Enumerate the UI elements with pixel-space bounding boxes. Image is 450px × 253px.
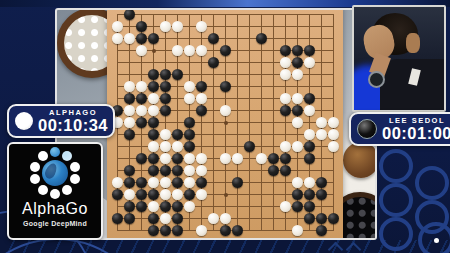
lee-sedol-time: 00:01:00 [382,125,450,142]
white-stone [160,21,171,32]
white-stone [196,189,207,200]
white-stone [160,129,171,140]
wrist-watch [368,71,385,88]
black-stone [112,189,123,200]
white-stone [208,213,219,224]
white-stone [304,177,315,188]
lee-sedol-name: LEE SEDOL [382,117,450,125]
bowl-lid [343,142,377,178]
white-stone [184,45,195,56]
black-stone [136,189,147,200]
black-stone [304,213,315,224]
white-stone [196,153,207,164]
white-stone [112,21,123,32]
alphago-logo-center-sphere [42,160,68,186]
black-stone [136,201,147,212]
black-stone [148,225,159,236]
white-stone [136,81,147,92]
black-stone [184,117,195,128]
logo-ring-circle-blue [50,147,60,157]
alphago-clock-panel: ALPHAGO 00:10:34 [7,104,115,138]
white-stone [172,45,183,56]
black-stone [160,165,171,176]
white-stone [124,117,135,128]
black-stone [148,153,159,164]
white-stone [304,57,315,68]
black-stone [172,201,183,212]
background-ring [379,149,413,183]
black-stone-icon [357,119,377,139]
black-stone [196,105,207,116]
white-stone [316,117,327,128]
black-stone [196,177,207,188]
black-stone [232,225,243,236]
black-stone [172,177,183,188]
white-stone [292,177,303,188]
black-stone [124,177,135,188]
black-stone [172,213,183,224]
black-stone [136,21,147,32]
black-stone [292,189,303,200]
white-stone [112,33,123,44]
white-stone [292,69,303,80]
black-stone [172,69,183,80]
white-stone [124,33,135,44]
white-stone [328,129,339,140]
black-stone [292,57,303,68]
white-stone [184,93,195,104]
black-stone [196,81,207,92]
black-stone [280,105,291,116]
white-stone [172,21,183,32]
black-stone [136,117,147,128]
black-stone [244,141,255,152]
lee-sedol-video [352,5,446,112]
black-stone [160,93,171,104]
black-stone [124,129,135,140]
go-board [107,8,343,240]
white-stone [160,213,171,224]
white-stone [292,141,303,152]
white-stone [124,105,135,116]
black-stone [316,225,327,236]
alphago-time: 00:10:34 [38,117,108,134]
white-stone [316,129,327,140]
white-stone [160,141,171,152]
alphago-logo-icon [9,144,101,202]
white-stone [148,93,159,104]
background-ring [415,166,449,200]
white-stone [280,69,291,80]
logo-ring-circle [30,174,40,184]
black-stone [304,189,315,200]
black-stone [172,153,183,164]
white-stone [196,21,207,32]
black-stone [208,33,219,44]
black-stone [148,33,159,44]
black-stone [160,105,171,116]
white-stone [148,201,159,212]
black-stone [184,189,195,200]
white-stone [232,153,243,164]
white-stone [292,117,303,128]
black-stone [316,213,327,224]
alphago-name: ALPHAGO [38,109,108,117]
black-stone [220,81,231,92]
black-stone [268,165,279,176]
black-stone [256,33,267,44]
black-stone [268,153,279,164]
black-stone [148,69,159,80]
black-stone [148,129,159,140]
black-stone [148,117,159,128]
logo-ring-circle [38,151,48,161]
black-stone [148,213,159,224]
go-board-grid [117,14,334,231]
white-stone [292,93,303,104]
black-stone [304,141,315,152]
white-stone [148,141,159,152]
white-stone [160,153,171,164]
white-stone [280,141,291,152]
black-stone [304,93,315,104]
black-stone [148,165,159,176]
black-stone [304,201,315,212]
white-stone [280,201,291,212]
white-stone [280,93,291,104]
white-stone [148,177,159,188]
white-stone [304,105,315,116]
logo-ring-circle [38,185,48,195]
black-stone [124,93,135,104]
black-stone [280,153,291,164]
white-stone [196,45,207,56]
black-stone [124,165,135,176]
black-stone [184,141,195,152]
black-stone [220,225,231,236]
black-stone [208,57,219,68]
black-stone [160,81,171,92]
black-stone [124,9,135,20]
black-stone [316,189,327,200]
white-stone [124,81,135,92]
star-point [224,193,228,197]
white-stone [220,213,231,224]
black-stone [136,177,147,188]
black-stone [136,153,147,164]
white-stone [184,165,195,176]
white-stone [172,189,183,200]
white-stone-icon [15,112,33,130]
black-stone [136,33,147,44]
white-stone [124,189,135,200]
white-stone [184,201,195,212]
player-suit [380,59,446,112]
white-stone [196,93,207,104]
black-stone [172,129,183,140]
black-stone [172,225,183,236]
black-stone [316,177,327,188]
black-stone [328,213,339,224]
black-stone [292,105,303,116]
black-stone [160,225,171,236]
black-stone [280,165,291,176]
black-stone [124,213,135,224]
background-ring [379,183,413,217]
alphago-logo-panel: AlphaGo Google DeepMind [7,142,103,240]
logo-ring-circle [70,174,80,184]
white-stone [256,153,267,164]
player-face [406,33,420,53]
white-stone [184,81,195,92]
black-stone [112,213,123,224]
white-stone [184,153,195,164]
alphago-logo-title: AlphaGo [9,200,101,218]
white-stone [136,105,147,116]
white-stone [292,225,303,236]
black-stone [148,81,159,92]
white-stone [136,45,147,56]
black-stone [184,129,195,140]
logo-ring-circle [30,162,40,172]
logo-ring-circle [62,151,72,161]
white-stone [112,177,123,188]
black-stone [148,189,159,200]
star-point [224,121,228,125]
white-stone [196,225,207,236]
logo-ring-circle [50,189,60,199]
logo-ring-circle [62,185,72,195]
white-stone [220,105,231,116]
background-ring [379,217,413,251]
white-stone [160,189,171,200]
black-stone [292,45,303,56]
white-stone [328,117,339,128]
star-point [152,49,156,53]
white-stone [196,165,207,176]
black-stone [124,201,135,212]
black-stone [160,201,171,212]
white-stone [304,129,315,140]
black-stone [280,45,291,56]
white-stone [160,177,171,188]
black-stone [232,177,243,188]
google-deepmind-label: Google DeepMind [9,220,101,227]
logo-ring-circle [70,162,80,172]
black-stone [220,45,231,56]
black-stone [304,45,315,56]
white-stone [328,141,339,152]
black-stone [172,165,183,176]
white-stone [172,141,183,152]
lee-sedol-clock-panel: LEE SEDOL 00:01:00 [349,112,450,146]
black-stone [160,69,171,80]
white-stone [220,153,231,164]
broadcast-screen: ALPHAGO 00:10:34 AlphaGo Google DeepMind… [0,0,450,253]
black-stone [292,201,303,212]
background-ring-with-dot [418,222,450,253]
black-stone [136,93,147,104]
white-stone [280,57,291,68]
white-stone [184,177,195,188]
white-stone [148,105,159,116]
black-stone [304,153,315,164]
